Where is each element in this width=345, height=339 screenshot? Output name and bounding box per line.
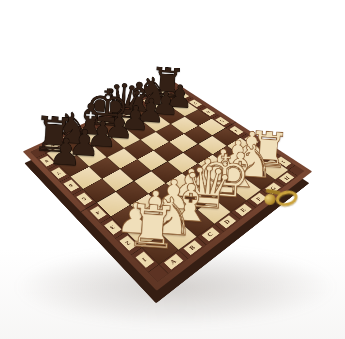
rank-label-chip: 7 xyxy=(51,167,67,179)
product-photo-scene: Folding wooden chess set with carved pie… xyxy=(0,0,345,339)
clasp-knob xyxy=(263,193,276,206)
rank-label-6: 6 xyxy=(59,176,82,194)
file-label-chip: E xyxy=(234,203,251,216)
rank-label-chip: 4 xyxy=(89,205,106,219)
rank-label-chip: 3 xyxy=(103,220,121,235)
square-g2: ♟ xyxy=(228,156,257,176)
rank-label-chip: 8 xyxy=(39,155,54,166)
